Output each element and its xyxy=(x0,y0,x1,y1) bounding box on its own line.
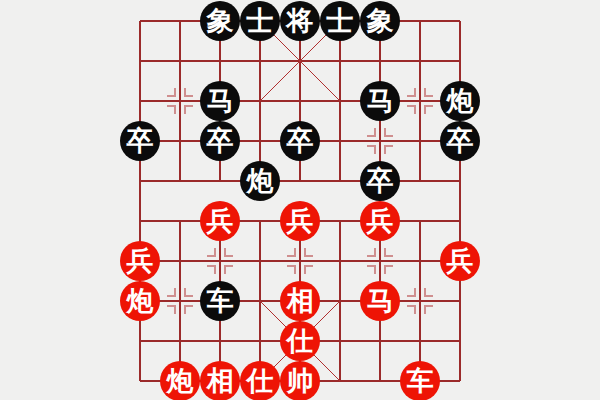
piece-glyph: 帅 xyxy=(287,367,314,394)
piece-glyph: 卒 xyxy=(127,127,154,154)
piece-glyph: 卒 xyxy=(207,127,234,154)
piece-black-advisor[interactable]: 士 xyxy=(240,1,280,41)
piece-glyph: 车 xyxy=(407,367,434,394)
piece-glyph: 马 xyxy=(207,87,234,114)
piece-black-chariot[interactable]: 车 xyxy=(200,281,240,321)
piece-glyph: 将 xyxy=(287,7,314,34)
piece-red-elephant[interactable]: 相 xyxy=(200,361,240,400)
piece-red-cannon[interactable]: 炮 xyxy=(160,361,200,400)
piece-black-king[interactable]: 将 xyxy=(280,1,320,41)
piece-black-cannon[interactable]: 炮 xyxy=(440,81,480,121)
piece-glyph: 炮 xyxy=(247,167,274,194)
piece-red-king[interactable]: 帅 xyxy=(280,361,320,400)
piece-glyph: 兵 xyxy=(447,247,474,274)
piece-glyph: 兵 xyxy=(127,247,154,274)
piece-red-cannon[interactable]: 炮 xyxy=(120,281,160,321)
piece-red-pawn[interactable]: 兵 xyxy=(120,241,160,281)
piece-glyph: 仕 xyxy=(287,327,314,354)
piece-glyph: 兵 xyxy=(287,207,314,234)
piece-glyph: 炮 xyxy=(447,87,474,114)
piece-black-pawn[interactable]: 卒 xyxy=(280,121,320,161)
piece-black-advisor[interactable]: 士 xyxy=(320,1,360,41)
piece-black-horse[interactable]: 马 xyxy=(200,81,240,121)
piece-black-cannon[interactable]: 炮 xyxy=(240,161,280,201)
piece-glyph: 士 xyxy=(327,7,354,34)
piece-red-advisor[interactable]: 仕 xyxy=(240,361,280,400)
piece-glyph: 兵 xyxy=(207,207,234,234)
piece-glyph: 马 xyxy=(367,87,394,114)
piece-red-advisor[interactable]: 仕 xyxy=(280,321,320,361)
piece-red-chariot[interactable]: 车 xyxy=(400,361,440,400)
piece-black-pawn[interactable]: 卒 xyxy=(440,121,480,161)
piece-glyph: 象 xyxy=(367,7,394,34)
piece-red-pawn[interactable]: 兵 xyxy=(360,201,400,241)
piece-glyph: 卒 xyxy=(367,167,394,194)
piece-red-pawn[interactable]: 兵 xyxy=(440,241,480,281)
piece-glyph: 卒 xyxy=(447,127,474,154)
piece-glyph: 象 xyxy=(207,7,234,34)
piece-red-elephant[interactable]: 相 xyxy=(280,281,320,321)
piece-black-elephant[interactable]: 象 xyxy=(360,1,400,41)
piece-black-horse[interactable]: 马 xyxy=(360,81,400,121)
piece-black-pawn[interactable]: 卒 xyxy=(120,121,160,161)
xiangqi-app: 象士将士象马马炮卒卒卒卒炮卒车兵兵兵兵兵炮相马仕炮相仕帅车 xyxy=(0,0,600,400)
piece-glyph: 仕 xyxy=(247,367,274,394)
piece-glyph: 炮 xyxy=(127,287,154,314)
piece-glyph: 士 xyxy=(247,7,274,34)
piece-glyph: 相 xyxy=(207,367,234,394)
piece-glyph: 马 xyxy=(367,287,394,314)
piece-black-elephant[interactable]: 象 xyxy=(200,1,240,41)
xiangqi-board: 象士将士象马马炮卒卒卒卒炮卒车兵兵兵兵兵炮相马仕炮相仕帅车 xyxy=(120,1,480,400)
piece-red-pawn[interactable]: 兵 xyxy=(200,201,240,241)
piece-red-horse[interactable]: 马 xyxy=(360,281,400,321)
piece-black-pawn[interactable]: 卒 xyxy=(360,161,400,201)
piece-glyph: 兵 xyxy=(367,207,394,234)
piece-black-pawn[interactable]: 卒 xyxy=(200,121,240,161)
piece-glyph: 卒 xyxy=(287,127,314,154)
piece-glyph: 相 xyxy=(287,287,314,314)
piece-red-pawn[interactable]: 兵 xyxy=(280,201,320,241)
piece-glyph: 炮 xyxy=(167,367,194,394)
piece-glyph: 车 xyxy=(207,287,234,314)
